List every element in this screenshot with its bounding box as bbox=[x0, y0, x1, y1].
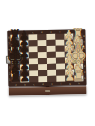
coord-label: d bbox=[38, 31, 45, 34]
coord-label: e bbox=[47, 31, 54, 34]
black-pawn: ♟ bbox=[19, 73, 30, 83]
coord-label: 6 bbox=[83, 46, 85, 51]
white-pawn: ♟ bbox=[64, 36, 75, 46]
white-pawn: ♟ bbox=[64, 72, 75, 82]
white-pawn: ♟ bbox=[64, 60, 75, 70]
coord-label: 7 bbox=[83, 40, 85, 45]
pieces-layer: ♜♞♝♛♚♝♞♜♟♟♟♟♟♟♟♟♟♟♟♟♟♟♟♟♜♞♝♛♚♝♞♜ bbox=[10, 33, 83, 82]
white-pawn: ♟ bbox=[64, 66, 75, 76]
coord-label: d bbox=[39, 83, 46, 86]
black-pawn: ♟ bbox=[19, 37, 30, 47]
product-photo: abcdefgh abcdefgh 87654321 87654321 ♜♞♝♛… bbox=[0, 0, 95, 126]
black-knight: ♞ bbox=[9, 65, 23, 77]
coord-label: g bbox=[66, 82, 73, 85]
white-pawn: ♟ bbox=[64, 48, 75, 58]
coord-label: e bbox=[48, 83, 55, 86]
coord-label: 1 bbox=[84, 76, 86, 81]
black-bishop: ♝ bbox=[8, 40, 23, 53]
coord-label: b bbox=[21, 83, 28, 86]
black-pawn: ♟ bbox=[19, 49, 30, 59]
coord-label: b bbox=[20, 31, 27, 34]
coord-label: f bbox=[56, 30, 63, 33]
coord-label: 3 bbox=[83, 64, 85, 69]
box-clasp-icon bbox=[5, 56, 11, 64]
white-pawn: ♟ bbox=[64, 42, 75, 52]
black-pawn: ♟ bbox=[19, 61, 30, 71]
black-knight: ♞ bbox=[8, 35, 22, 47]
black-rook: ♜ bbox=[9, 72, 22, 83]
coord-label: c bbox=[30, 83, 37, 86]
white-pawn: ♟ bbox=[64, 54, 75, 64]
coord-label: c bbox=[29, 31, 36, 34]
coord-label: h bbox=[74, 30, 81, 33]
coord-label: f bbox=[57, 82, 64, 85]
coord-label: g bbox=[65, 30, 72, 33]
black-pawn: ♟ bbox=[19, 43, 30, 53]
coord-label: 2 bbox=[83, 70, 85, 75]
black-pawn: ♟ bbox=[19, 67, 30, 77]
chess-board: abcdefgh abcdefgh 87654321 87654321 ♜♞♝♛… bbox=[7, 29, 86, 87]
coord-label: h bbox=[75, 82, 82, 85]
coord-label: a bbox=[11, 31, 18, 34]
black-pawn: ♟ bbox=[19, 55, 30, 65]
box-hinge-icon bbox=[45, 89, 50, 92]
coord-label: 5 bbox=[83, 52, 85, 57]
coord-label: 4 bbox=[83, 58, 85, 63]
coord-label: a bbox=[12, 83, 19, 86]
box-front-edge bbox=[9, 85, 87, 96]
coord-label: 8 bbox=[83, 34, 85, 39]
chess-set: abcdefgh abcdefgh 87654321 87654321 ♜♞♝♛… bbox=[7, 29, 86, 96]
